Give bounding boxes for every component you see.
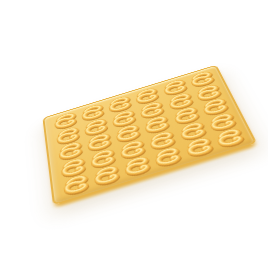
tray-tilt [42,66,251,203]
mold-grid [50,69,247,198]
product-photo-scene [0,0,268,268]
silicone-mold-tray [42,65,257,206]
tray-rotor [25,29,252,229]
